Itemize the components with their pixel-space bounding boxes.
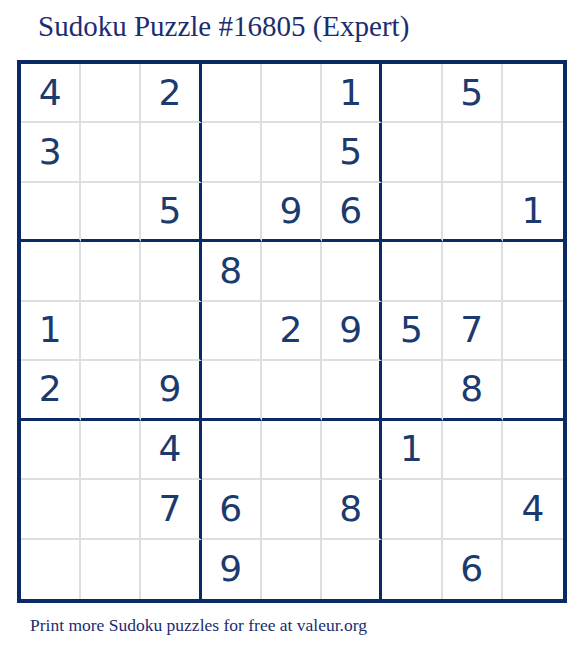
sudoku-cell-empty[interactable] <box>382 480 442 539</box>
sudoku-cell-given[interactable]: 2 <box>141 64 201 123</box>
sudoku-cell-empty[interactable] <box>21 242 81 301</box>
sudoku-cell-empty[interactable] <box>262 242 322 301</box>
sudoku-cell-empty[interactable] <box>443 480 503 539</box>
sudoku-cell-given[interactable]: 8 <box>202 242 262 301</box>
sudoku-cell-empty[interactable] <box>202 421 262 480</box>
sudoku-cell-given[interactable]: 9 <box>322 302 382 361</box>
sudoku-cell-empty[interactable] <box>262 540 322 599</box>
sudoku-cell-empty[interactable] <box>81 480 141 539</box>
sudoku-cell-given[interactable]: 5 <box>141 183 201 242</box>
sudoku-cell-given[interactable]: 8 <box>322 480 382 539</box>
sudoku-cell-empty[interactable] <box>503 540 563 599</box>
sudoku-cell-given[interactable]: 9 <box>262 183 322 242</box>
sudoku-cell-empty[interactable] <box>322 361 382 420</box>
sudoku-cell-given[interactable]: 4 <box>141 421 201 480</box>
sudoku-cell-empty[interactable] <box>443 421 503 480</box>
sudoku-cell-empty[interactable] <box>503 123 563 182</box>
sudoku-cell-given[interactable]: 9 <box>141 361 201 420</box>
sudoku-cell-empty[interactable] <box>141 123 201 182</box>
sudoku-cell-given[interactable]: 4 <box>21 64 81 123</box>
sudoku-cell-given[interactable]: 5 <box>443 64 503 123</box>
sudoku-cell-empty[interactable] <box>202 123 262 182</box>
sudoku-cell-empty[interactable] <box>81 421 141 480</box>
sudoku-cell-empty[interactable] <box>262 123 322 182</box>
sudoku-cell-empty[interactable] <box>322 421 382 480</box>
sudoku-cell-empty[interactable] <box>382 123 442 182</box>
sudoku-cell-empty[interactable] <box>503 64 563 123</box>
sudoku-cell-given[interactable]: 6 <box>202 480 262 539</box>
sudoku-cell-given[interactable]: 6 <box>443 540 503 599</box>
sudoku-cell-given[interactable]: 6 <box>322 183 382 242</box>
sudoku-cell-empty[interactable] <box>262 361 322 420</box>
sudoku-cell-empty[interactable] <box>382 64 442 123</box>
sudoku-grid: 421535596181295729841768496 <box>17 60 567 603</box>
sudoku-cell-given[interactable]: 9 <box>202 540 262 599</box>
sudoku-cell-empty[interactable] <box>262 64 322 123</box>
sudoku-cell-given[interactable]: 7 <box>443 302 503 361</box>
sudoku-page: Sudoku Puzzle #16805 (Expert) 4215355961… <box>0 0 580 651</box>
sudoku-cell-empty[interactable] <box>503 302 563 361</box>
sudoku-cell-empty[interactable] <box>81 123 141 182</box>
sudoku-cell-empty[interactable] <box>81 302 141 361</box>
sudoku-cell-empty[interactable] <box>382 183 442 242</box>
sudoku-cell-empty[interactable] <box>443 242 503 301</box>
sudoku-cell-empty[interactable] <box>503 361 563 420</box>
sudoku-cell-empty[interactable] <box>141 302 201 361</box>
sudoku-cell-empty[interactable] <box>202 183 262 242</box>
sudoku-cell-empty[interactable] <box>202 361 262 420</box>
sudoku-cell-empty[interactable] <box>503 421 563 480</box>
sudoku-cell-empty[interactable] <box>503 242 563 301</box>
sudoku-cell-given[interactable]: 7 <box>141 480 201 539</box>
sudoku-cell-empty[interactable] <box>21 540 81 599</box>
sudoku-cell-given[interactable]: 5 <box>322 123 382 182</box>
sudoku-cell-empty[interactable] <box>322 540 382 599</box>
sudoku-cell-empty[interactable] <box>21 421 81 480</box>
sudoku-cell-empty[interactable] <box>81 242 141 301</box>
sudoku-cell-empty[interactable] <box>81 361 141 420</box>
sudoku-cell-given[interactable]: 1 <box>21 302 81 361</box>
sudoku-cell-given[interactable]: 1 <box>322 64 382 123</box>
sudoku-cell-empty[interactable] <box>202 302 262 361</box>
page-title: Sudoku Puzzle #16805 (Expert) <box>38 10 409 43</box>
sudoku-cell-empty[interactable] <box>262 480 322 539</box>
sudoku-cell-empty[interactable] <box>443 123 503 182</box>
sudoku-cell-empty[interactable] <box>81 183 141 242</box>
sudoku-cell-empty[interactable] <box>202 64 262 123</box>
sudoku-cell-given[interactable]: 8 <box>443 361 503 420</box>
sudoku-cell-empty[interactable] <box>81 540 141 599</box>
sudoku-cell-given[interactable]: 1 <box>382 421 442 480</box>
sudoku-cell-empty[interactable] <box>443 183 503 242</box>
sudoku-cell-empty[interactable] <box>382 242 442 301</box>
sudoku-cell-empty[interactable] <box>21 183 81 242</box>
footer-text: Print more Sudoku puzzles for free at va… <box>30 615 367 636</box>
sudoku-cell-empty[interactable] <box>382 361 442 420</box>
sudoku-cell-given[interactable]: 5 <box>382 302 442 361</box>
sudoku-cell-empty[interactable] <box>262 421 322 480</box>
sudoku-cell-given[interactable]: 2 <box>262 302 322 361</box>
sudoku-cell-empty[interactable] <box>141 540 201 599</box>
sudoku-cell-empty[interactable] <box>21 480 81 539</box>
sudoku-cell-empty[interactable] <box>141 242 201 301</box>
sudoku-cell-empty[interactable] <box>382 540 442 599</box>
sudoku-cell-given[interactable]: 4 <box>503 480 563 539</box>
sudoku-cell-empty[interactable] <box>81 64 141 123</box>
sudoku-cell-empty[interactable] <box>322 242 382 301</box>
sudoku-cell-given[interactable]: 3 <box>21 123 81 182</box>
sudoku-cell-given[interactable]: 2 <box>21 361 81 420</box>
sudoku-cell-given[interactable]: 1 <box>503 183 563 242</box>
